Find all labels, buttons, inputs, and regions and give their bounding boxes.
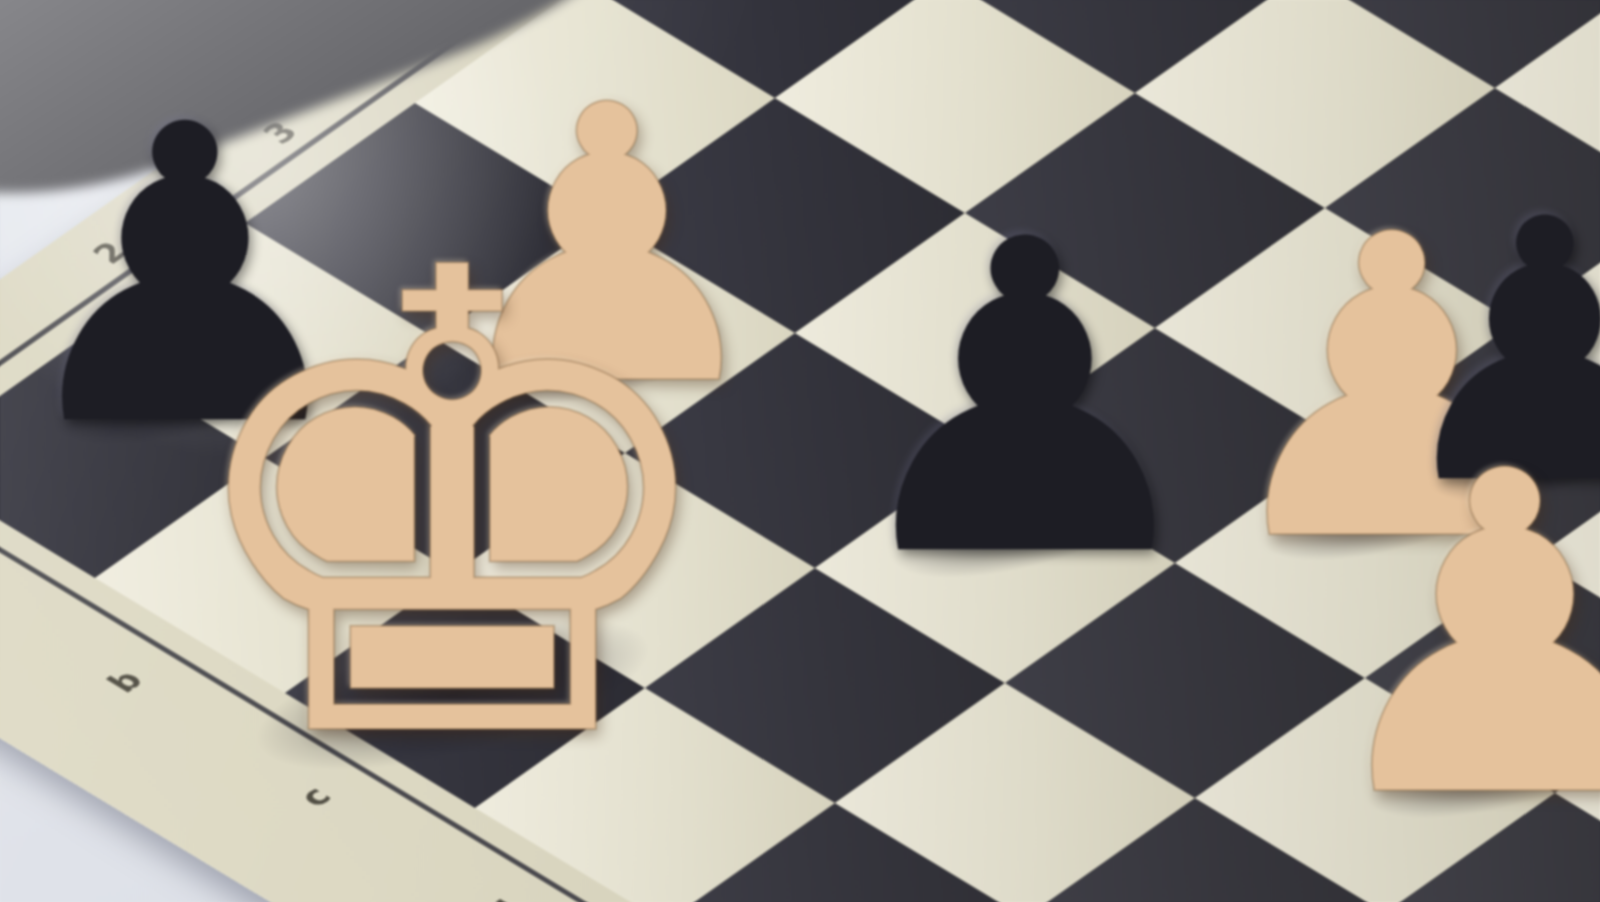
pieces-layer: ♟♟♚♟♟♟♟ [0,0,1600,902]
white-pawn: ♟ [1283,415,1600,859]
white-king: ♚ [133,189,772,828]
black-pawn: ♟ [810,185,1241,616]
photo-wrapper: 12345678abcdefgh ♟♟♚♟♟♟♟ [0,0,1600,902]
chess-photo-scene: 12345678abcdefgh ♟♟♚♟♟♟♟ [0,0,1600,902]
